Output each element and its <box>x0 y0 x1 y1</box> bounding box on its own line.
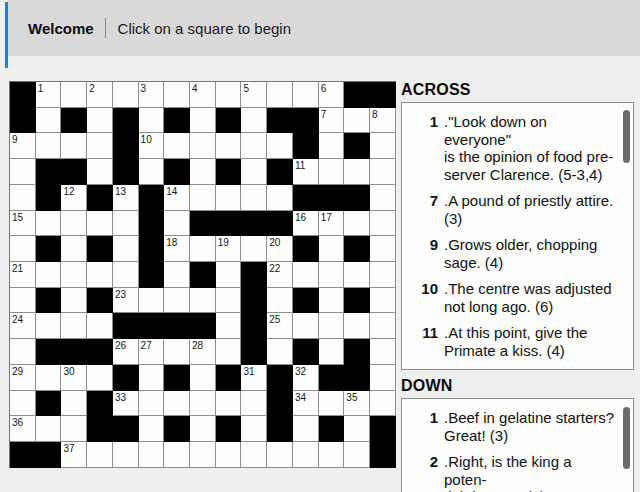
grid-cell[interactable] <box>113 211 139 237</box>
grid-cell[interactable]: 33 <box>113 391 139 417</box>
crossword-grid[interactable]: 1234567891011121314151617181920212223242… <box>9 81 396 468</box>
black-cell <box>87 339 113 365</box>
grid-cell[interactable] <box>241 108 267 134</box>
black-cell <box>139 262 165 288</box>
black-cell <box>344 339 370 365</box>
grid-cell[interactable] <box>87 211 113 237</box>
grid-cell[interactable] <box>61 288 87 314</box>
cell-number: 22 <box>269 263 280 274</box>
grid-cell[interactable] <box>36 133 62 159</box>
down-scrollbar-thumb[interactable] <box>623 407 630 469</box>
grid-cell[interactable] <box>370 288 396 314</box>
black-cell <box>370 442 396 468</box>
grid-cell[interactable] <box>319 391 345 417</box>
black-cell <box>36 391 62 417</box>
grid-cell[interactable] <box>293 82 319 108</box>
grid-cell[interactable] <box>319 442 345 468</box>
grid-cell[interactable]: 37 <box>61 442 87 468</box>
black-cell <box>61 159 87 185</box>
black-cell <box>267 416 293 442</box>
grid-cell[interactable] <box>36 313 62 339</box>
black-cell <box>190 262 216 288</box>
grid-cell[interactable] <box>113 236 139 262</box>
black-cell <box>87 391 113 417</box>
grid-cell[interactable] <box>344 159 370 185</box>
grid-cell[interactable] <box>139 365 165 391</box>
cell-number: 26 <box>115 340 126 351</box>
grid-cell[interactable] <box>87 442 113 468</box>
cell-number: 35 <box>346 392 357 403</box>
black-cell <box>241 313 267 339</box>
grid-cell[interactable] <box>216 339 242 365</box>
grid-cell[interactable] <box>87 133 113 159</box>
grid-cell[interactable] <box>319 159 345 185</box>
black-cell <box>241 288 267 314</box>
grid-cell[interactable] <box>370 133 396 159</box>
grid-cell[interactable] <box>139 416 165 442</box>
black-cell <box>87 288 113 314</box>
cell-number: 13 <box>115 186 126 197</box>
grid-cell[interactable] <box>267 288 293 314</box>
clue-number: 10 <box>405 280 438 315</box>
header: Welcome Click on a square to begin <box>8 0 640 56</box>
grid-cell[interactable]: 15 <box>10 211 36 237</box>
cell-number: 30 <box>63 366 74 377</box>
black-cell <box>139 236 165 262</box>
grid-cell[interactable] <box>164 133 190 159</box>
black-cell <box>267 211 293 237</box>
grid-cell[interactable] <box>370 236 396 262</box>
grid-cell[interactable] <box>61 236 87 262</box>
grid-cell[interactable]: 23 <box>113 288 139 314</box>
black-cell <box>36 288 62 314</box>
grid-cell[interactable] <box>190 236 216 262</box>
black-cell <box>113 365 139 391</box>
page-title: Welcome <box>28 20 94 37</box>
black-cell <box>113 133 139 159</box>
grid-cell[interactable]: 17 <box>319 211 345 237</box>
grid-cell[interactable] <box>61 313 87 339</box>
black-cell <box>267 159 293 185</box>
grid-cell[interactable] <box>216 313 242 339</box>
black-cell <box>267 391 293 417</box>
grid-cell[interactable] <box>87 159 113 185</box>
grid-cell[interactable]: 19 <box>216 236 242 262</box>
across-scrollbar-thumb[interactable] <box>623 110 630 163</box>
grid-cell[interactable] <box>319 133 345 159</box>
black-cell <box>190 313 216 339</box>
grid-cell[interactable] <box>87 108 113 134</box>
black-cell <box>293 288 319 314</box>
cell-number: 5 <box>243 83 249 94</box>
grid-cell[interactable] <box>10 159 36 185</box>
grid-cell[interactable] <box>190 288 216 314</box>
black-cell <box>241 339 267 365</box>
black-cell <box>344 133 370 159</box>
clue-item[interactable]: 9.Grows older, chopping sage. (4) <box>405 236 617 271</box>
grid-cell[interactable] <box>190 133 216 159</box>
black-cell <box>216 416 242 442</box>
grid-cell[interactable] <box>113 82 139 108</box>
cell-number: 6 <box>321 83 327 94</box>
grid-cell[interactable] <box>113 262 139 288</box>
black-cell <box>370 416 396 442</box>
grid-cell[interactable] <box>370 391 396 417</box>
across-heading: ACROSS <box>401 81 634 99</box>
grid-cell[interactable] <box>36 262 62 288</box>
black-cell <box>164 108 190 134</box>
grid-cell[interactable] <box>293 313 319 339</box>
grid-cell[interactable]: 28 <box>190 339 216 365</box>
grid-cell[interactable] <box>267 442 293 468</box>
cell-number: 16 <box>295 212 306 223</box>
grid-cell[interactable] <box>216 442 242 468</box>
grid-cell[interactable] <box>10 236 36 262</box>
cell-number: 24 <box>12 314 23 325</box>
clue-item[interactable]: 14.Alas one is cunning, hav- ing ... <box>405 368 617 370</box>
grid-cell[interactable] <box>267 185 293 211</box>
black-cell <box>10 108 36 134</box>
grid-cell[interactable]: 6 <box>319 82 345 108</box>
grid-cell[interactable]: 25 <box>267 313 293 339</box>
grid-cell[interactable] <box>370 262 396 288</box>
cell-number: 34 <box>295 392 306 403</box>
grid-cell[interactable] <box>36 108 62 134</box>
cell-number: 21 <box>12 263 23 274</box>
grid-cell[interactable] <box>10 339 36 365</box>
black-cell <box>344 82 370 108</box>
grid-cell[interactable] <box>344 211 370 237</box>
grid-cell[interactable] <box>293 416 319 442</box>
grid-cell[interactable] <box>241 159 267 185</box>
clue-text: .Right, is the king a poten- tial danger… <box>444 453 616 492</box>
grid-cell[interactable] <box>87 262 113 288</box>
grid-cell[interactable]: 11 <box>293 159 319 185</box>
cell-number: 2 <box>89 83 95 94</box>
clue-number: 9 <box>405 236 438 271</box>
black-cell <box>139 313 165 339</box>
black-cell <box>36 159 62 185</box>
grid-cell[interactable] <box>139 159 165 185</box>
grid-cell[interactable] <box>190 391 216 417</box>
grid-cell[interactable] <box>10 391 36 417</box>
grid-cell[interactable] <box>370 185 396 211</box>
grid-cell[interactable] <box>216 82 242 108</box>
clue-item[interactable]: 11.At this point, give the Primate a kis… <box>405 324 617 359</box>
black-cell <box>36 185 62 211</box>
grid-cell[interactable] <box>267 82 293 108</box>
grid-cell[interactable]: 36 <box>10 416 36 442</box>
black-cell <box>319 185 345 211</box>
cell-number: 7 <box>321 109 327 120</box>
black-cell <box>36 236 62 262</box>
grid-cell[interactable] <box>190 185 216 211</box>
cell-number: 18 <box>166 237 177 248</box>
grid-cell[interactable] <box>216 262 242 288</box>
grid-cell[interactable] <box>319 236 345 262</box>
grid-cell[interactable] <box>319 339 345 365</box>
cell-number: 36 <box>12 417 23 428</box>
black-cell <box>370 82 396 108</box>
down-heading: DOWN <box>401 377 634 395</box>
black-cell <box>216 211 242 237</box>
clue-item[interactable]: 10.The centre was adjusted not long ago.… <box>405 280 617 315</box>
clue-item[interactable]: 1.Beef in gelatine starters? Great! (3) <box>405 409 617 444</box>
grid-cell[interactable] <box>216 288 242 314</box>
down-section: DOWN 1.Beef in gelatine starters? Great!… <box>401 377 634 492</box>
cell-number: 29 <box>12 366 23 377</box>
cell-number: 32 <box>295 366 306 377</box>
grid-cell[interactable] <box>61 133 87 159</box>
grid-cell[interactable] <box>241 442 267 468</box>
grid-cell[interactable]: 3 <box>139 82 165 108</box>
black-cell <box>267 365 293 391</box>
grid-cell[interactable] <box>164 211 190 237</box>
clue-text: .At this point, give the Primate a kiss.… <box>444 324 616 359</box>
grid-cell[interactable] <box>216 133 242 159</box>
grid-cell[interactable] <box>319 313 345 339</box>
grid-cell[interactable]: 10 <box>139 133 165 159</box>
grid-cell[interactable] <box>344 108 370 134</box>
grid-cell[interactable] <box>267 133 293 159</box>
black-cell <box>293 185 319 211</box>
grid-cell[interactable] <box>139 288 165 314</box>
cell-number: 19 <box>218 237 229 248</box>
grid-cell[interactable]: 27 <box>139 339 165 365</box>
grid-cell[interactable] <box>139 391 165 417</box>
black-cell <box>293 339 319 365</box>
across-clue-list[interactable]: 1."Look down on everyone" is the opinion… <box>401 102 634 370</box>
grid-cell[interactable] <box>216 185 242 211</box>
grid-cell[interactable] <box>61 262 87 288</box>
black-cell <box>344 236 370 262</box>
grid-cell[interactable] <box>164 82 190 108</box>
grid-cell[interactable] <box>164 442 190 468</box>
cell-number: 3 <box>141 83 147 94</box>
grid-cell[interactable] <box>61 416 87 442</box>
black-cell <box>87 185 113 211</box>
grid-cell[interactable] <box>113 442 139 468</box>
black-cell <box>319 365 345 391</box>
black-cell <box>113 159 139 185</box>
grid-cell[interactable] <box>61 82 87 108</box>
black-cell <box>241 262 267 288</box>
clue-number: 14 <box>405 368 438 370</box>
status-message: Click on a square to begin <box>118 20 291 37</box>
grid-cell[interactable] <box>10 288 36 314</box>
black-cell <box>344 288 370 314</box>
black-cell <box>216 365 242 391</box>
grid-cell[interactable]: 16 <box>293 211 319 237</box>
grid-cell[interactable] <box>344 262 370 288</box>
black-cell <box>216 108 242 134</box>
grid-cell[interactable] <box>190 442 216 468</box>
black-cell <box>10 442 36 468</box>
black-cell <box>36 339 62 365</box>
grid-cell[interactable]: 35 <box>344 391 370 417</box>
grid-cell[interactable] <box>344 416 370 442</box>
grid-cell[interactable]: 5 <box>241 82 267 108</box>
clue-text: ."Look down on everyone" is the opinion … <box>444 113 616 183</box>
clue-number: 7 <box>405 192 438 227</box>
grid-cell[interactable] <box>241 185 267 211</box>
grid-cell[interactable]: 22 <box>267 262 293 288</box>
cell-number: 14 <box>166 186 177 197</box>
black-cell <box>241 211 267 237</box>
black-cell <box>293 133 319 159</box>
cell-number: 12 <box>63 186 74 197</box>
clue-number: 11 <box>405 324 438 359</box>
grid-cell[interactable] <box>370 211 396 237</box>
clue-text: .A pound of priestly attire. (3) <box>444 192 616 227</box>
crossword-app: Welcome Click on a square to begin 12345… <box>0 0 640 492</box>
grid-cell[interactable]: 12 <box>61 185 87 211</box>
grid-cell[interactable]: 26 <box>113 339 139 365</box>
grid-cell[interactable]: 9 <box>10 133 36 159</box>
clue-item[interactable]: 7.A pound of priestly attire. (3) <box>405 192 617 227</box>
cell-number: 15 <box>12 212 23 223</box>
black-cell <box>164 159 190 185</box>
grid-cell[interactable]: 4 <box>190 82 216 108</box>
grid-cell[interactable] <box>241 236 267 262</box>
grid-cell[interactable]: 8 <box>370 108 396 134</box>
grid-cell[interactable]: 24 <box>10 313 36 339</box>
cell-number: 17 <box>321 212 332 223</box>
grid-cell[interactable]: 31 <box>241 365 267 391</box>
grid-cell[interactable] <box>61 391 87 417</box>
cell-number: 25 <box>269 314 280 325</box>
cell-number: 20 <box>269 237 280 248</box>
black-cell <box>164 416 190 442</box>
black-cell <box>164 365 190 391</box>
black-cell <box>139 211 165 237</box>
grid-cell[interactable]: 29 <box>10 365 36 391</box>
grid-cell[interactable] <box>267 339 293 365</box>
clue-item[interactable]: 1."Look down on everyone" is the opinion… <box>405 113 617 183</box>
grid-cell[interactable] <box>87 313 113 339</box>
grid-cell[interactable] <box>36 365 62 391</box>
cell-number: 28 <box>192 340 203 351</box>
cell-number: 31 <box>243 366 254 377</box>
grid-cell[interactable] <box>164 262 190 288</box>
clue-number: 1 <box>405 409 438 444</box>
grid-cell[interactable]: 14 <box>164 185 190 211</box>
grid-cell[interactable] <box>293 262 319 288</box>
black-cell <box>344 185 370 211</box>
grid-cell[interactable] <box>319 288 345 314</box>
grid-cell[interactable] <box>164 391 190 417</box>
black-cell <box>36 442 62 468</box>
clue-number: 1 <box>405 113 438 183</box>
black-cell <box>319 416 345 442</box>
grid-cell[interactable]: 32 <box>293 365 319 391</box>
cell-number: 4 <box>192 83 198 94</box>
black-cell <box>113 313 139 339</box>
black-cell <box>139 185 165 211</box>
cell-number: 8 <box>372 109 378 120</box>
grid-cell[interactable] <box>344 442 370 468</box>
grid-cell[interactable] <box>190 416 216 442</box>
cell-number: 10 <box>141 134 152 145</box>
black-cell <box>190 211 216 237</box>
grid-cell[interactable] <box>319 262 345 288</box>
cell-number: 9 <box>12 134 18 145</box>
clue-text: .The centre was adjusted not long ago. (… <box>444 280 616 315</box>
grid-cell[interactable] <box>190 365 216 391</box>
grid-cell[interactable] <box>344 313 370 339</box>
clue-text: .Beef in gelatine starters? Great! (3) <box>444 409 616 444</box>
grid-cell[interactable] <box>36 211 62 237</box>
grid-cell[interactable] <box>61 211 87 237</box>
grid-cell[interactable]: 21 <box>10 262 36 288</box>
across-section: ACROSS 1."Look down on everyone" is the … <box>401 81 634 370</box>
grid-cell[interactable]: 34 <box>293 391 319 417</box>
header-divider <box>105 18 106 38</box>
grid-cell[interactable] <box>241 133 267 159</box>
grid-cell[interactable]: 2 <box>87 82 113 108</box>
clue-item[interactable]: 2.Right, is the king a poten- tial dange… <box>405 453 617 492</box>
grid-cell[interactable] <box>293 442 319 468</box>
grid-cell[interactable] <box>370 159 396 185</box>
cell-number: 23 <box>115 289 126 300</box>
grid-cell[interactable] <box>164 339 190 365</box>
grid-cell[interactable]: 18 <box>164 236 190 262</box>
clue-text: .Grows older, chopping sage. (4) <box>444 236 616 271</box>
black-cell <box>10 82 36 108</box>
black-cell <box>87 236 113 262</box>
clue-number: 2 <box>405 453 438 492</box>
cell-number: 1 <box>38 83 44 94</box>
grid-cell[interactable] <box>190 108 216 134</box>
down-clue-list[interactable]: 1.Beef in gelatine starters? Great! (3)2… <box>401 398 634 492</box>
black-cell <box>61 339 87 365</box>
black-cell <box>61 108 87 134</box>
grid-cell[interactable] <box>370 313 396 339</box>
grid-cell[interactable] <box>87 365 113 391</box>
black-cell <box>113 108 139 134</box>
black-cell <box>267 108 293 134</box>
black-cell <box>113 416 139 442</box>
grid-cell[interactable] <box>139 108 165 134</box>
grid-cell[interactable]: 20 <box>267 236 293 262</box>
grid-cell[interactable] <box>370 339 396 365</box>
black-cell <box>293 236 319 262</box>
cell-number: 33 <box>115 392 126 403</box>
grid-cell[interactable] <box>164 288 190 314</box>
black-cell <box>87 416 113 442</box>
black-cell <box>216 159 242 185</box>
clue-text: .Alas one is cunning, hav- ing ... <box>444 368 616 370</box>
grid-cell[interactable]: 30 <box>61 365 87 391</box>
cell-number: 37 <box>63 443 74 454</box>
black-cell <box>164 313 190 339</box>
grid-cell[interactable] <box>241 391 267 417</box>
grid-cell[interactable] <box>190 159 216 185</box>
grid-cell[interactable] <box>241 416 267 442</box>
cell-number: 27 <box>141 340 152 351</box>
black-cell <box>344 365 370 391</box>
grid-cell[interactable] <box>370 365 396 391</box>
black-cell <box>293 108 319 134</box>
grid-cell[interactable] <box>139 442 165 468</box>
grid-cell[interactable]: 7 <box>319 108 345 134</box>
grid-cell[interactable]: 13 <box>113 185 139 211</box>
grid-cell[interactable] <box>10 185 36 211</box>
grid-cell[interactable] <box>216 391 242 417</box>
grid-cell[interactable]: 1 <box>36 82 62 108</box>
cell-number: 11 <box>295 160 305 171</box>
grid-cell[interactable] <box>36 416 62 442</box>
